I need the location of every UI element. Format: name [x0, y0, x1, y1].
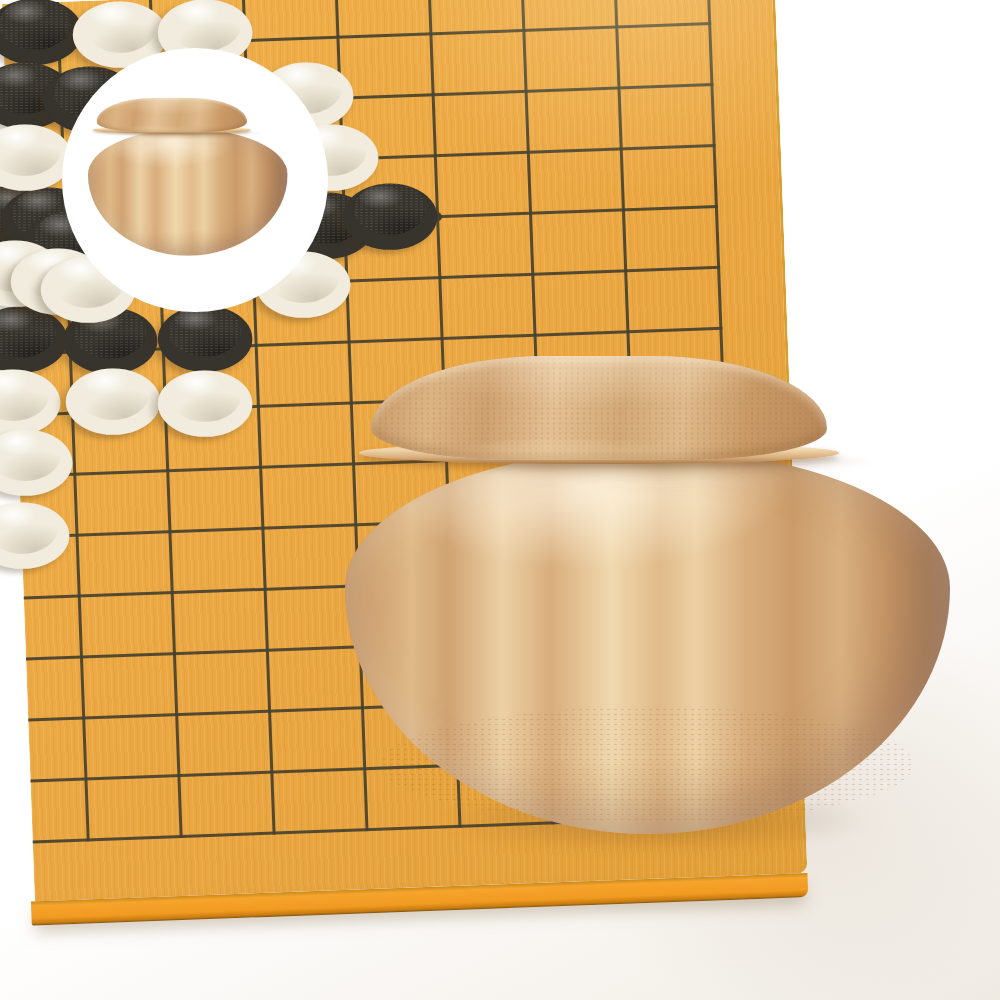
inset-bamboo-bowl: [88, 98, 288, 256]
white-stone: ●: [0, 119, 69, 181]
white-stone: ●: [161, 365, 249, 427]
stone-glyph: ●: [69, 363, 157, 425]
white-stone: ●: [69, 363, 157, 425]
stone-glyph: ●: [161, 365, 249, 427]
bowl-lid: [371, 356, 827, 460]
white-stone: ●: [0, 424, 69, 486]
inset-bowl-body: [88, 129, 288, 256]
stone-glyph: ●: [0, 497, 66, 559]
inset-bowl-lid: [97, 98, 247, 132]
inset-thumbnail-circle: [62, 48, 328, 312]
bowl-body: [345, 450, 950, 834]
white-stone: ●: [0, 497, 66, 559]
product-photo-scene: ●●●●●●●●●●●●●●●●●●●●●●●●●: [0, 0, 1000, 1000]
stone-glyph: ●: [0, 424, 69, 486]
stone-glyph: ●: [0, 119, 69, 181]
bamboo-go-stone-bowl: [345, 356, 950, 834]
